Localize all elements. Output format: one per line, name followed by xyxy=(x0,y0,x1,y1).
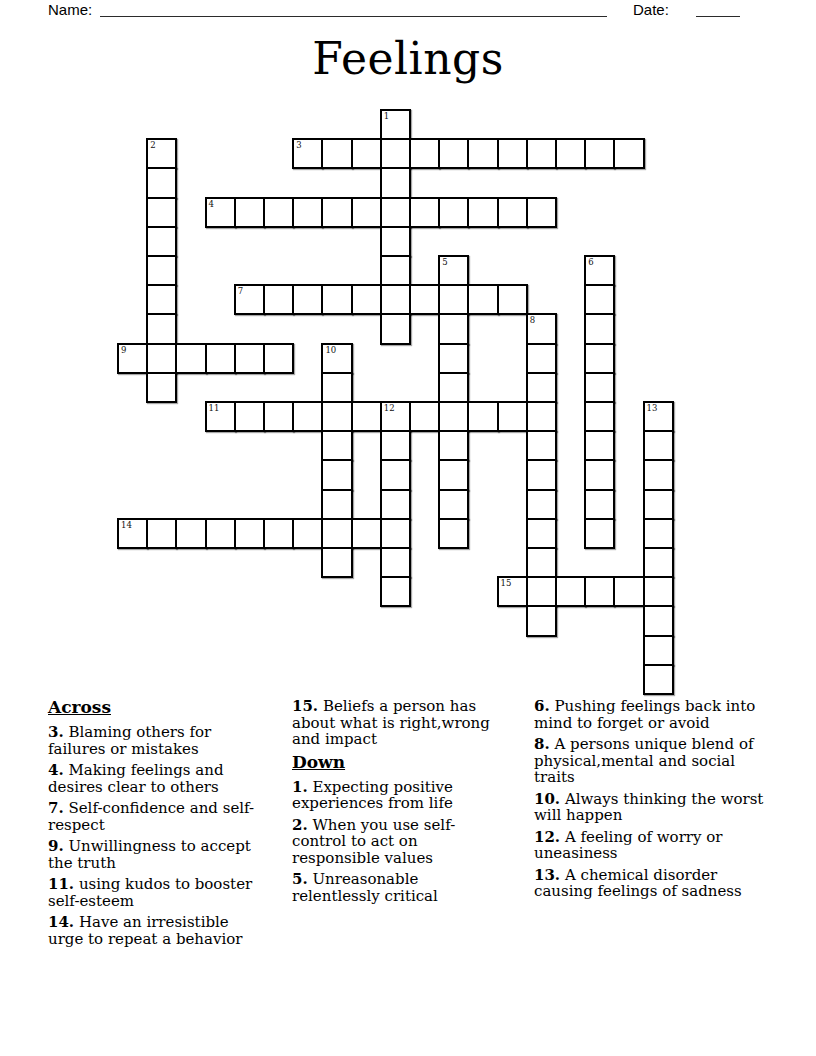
grid-cell[interactable] xyxy=(584,518,615,549)
grid-cell[interactable] xyxy=(263,197,294,228)
grid-cell[interactable] xyxy=(467,401,498,432)
clue-number: 11 xyxy=(209,403,220,413)
clue-number: 7 xyxy=(238,286,243,296)
grid-cell[interactable] xyxy=(584,489,615,520)
grid-cell[interactable] xyxy=(526,459,557,490)
grid-cell[interactable] xyxy=(380,284,411,315)
grid-cell[interactable] xyxy=(526,372,557,403)
grid-cell[interactable] xyxy=(526,138,557,169)
worksheet: Name: Date: Feelings 1234567891011121314… xyxy=(0,0,816,1056)
clue-down-13: 13. A chemical disorder causing feelings… xyxy=(534,867,764,900)
grid-cell[interactable]: 6 xyxy=(584,255,615,286)
grid-cell[interactable] xyxy=(234,197,265,228)
grid-cell[interactable] xyxy=(321,401,352,432)
grid-cell[interactable]: 8 xyxy=(526,313,557,344)
name-field-label: Name: xyxy=(48,1,92,18)
grid-cell[interactable] xyxy=(643,430,674,461)
grid-cell[interactable] xyxy=(643,605,674,636)
grid-cell[interactable] xyxy=(467,197,498,228)
clues-column-1: Across3. Blaming others for failures or … xyxy=(48,698,256,952)
grid-cell[interactable] xyxy=(467,138,498,169)
grid-cell[interactable] xyxy=(146,284,177,315)
grid-cell[interactable] xyxy=(438,459,469,490)
grid-cell[interactable] xyxy=(292,284,323,315)
grid-cell[interactable] xyxy=(351,138,382,169)
grid-cell[interactable] xyxy=(321,284,352,315)
clue-down-6: 6. Pushing feelings back into mind to fo… xyxy=(534,698,764,731)
grid-cell[interactable] xyxy=(380,518,411,549)
grid-cell[interactable] xyxy=(438,313,469,344)
grid-cell[interactable] xyxy=(409,284,440,315)
clue-number: 8 xyxy=(530,315,535,325)
grid-cell[interactable] xyxy=(643,635,674,666)
grid-cell[interactable] xyxy=(584,343,615,374)
grid-cell[interactable] xyxy=(409,401,440,432)
grid-cell[interactable] xyxy=(584,401,615,432)
grid-cell[interactable] xyxy=(526,430,557,461)
grid-cell[interactable] xyxy=(613,138,644,169)
grid-cell[interactable]: 7 xyxy=(234,284,265,315)
grid-cell[interactable] xyxy=(526,576,557,607)
grid-cell[interactable] xyxy=(555,576,586,607)
clue-number: 1 xyxy=(384,111,389,121)
grid-cell[interactable] xyxy=(643,518,674,549)
page-title: Feelings xyxy=(0,33,816,84)
grid-cell[interactable] xyxy=(643,576,674,607)
grid-cell[interactable] xyxy=(321,372,352,403)
grid-cell[interactable] xyxy=(234,518,265,549)
clue-across-7: 7. Self-confidence and self-respect xyxy=(48,800,256,833)
grid-cell[interactable] xyxy=(146,197,177,228)
grid-cell[interactable] xyxy=(643,547,674,578)
grid-cell[interactable] xyxy=(526,547,557,578)
grid-cell[interactable] xyxy=(380,459,411,490)
clue-number: 5 xyxy=(442,257,447,267)
grid-cell[interactable] xyxy=(526,518,557,549)
grid-cell[interactable] xyxy=(584,284,615,315)
clue-number: 3 xyxy=(296,140,301,150)
grid-cell[interactable]: 4 xyxy=(205,197,236,228)
grid-cell[interactable] xyxy=(321,138,352,169)
grid-cell[interactable] xyxy=(438,518,469,549)
grid-cell[interactable] xyxy=(292,518,323,549)
clues-column-3: 6. Pushing feelings back into mind to fo… xyxy=(534,698,764,905)
grid-cell[interactable]: 9 xyxy=(117,343,148,374)
grid-cell[interactable]: 12 xyxy=(380,401,411,432)
grid-cell[interactable] xyxy=(175,518,206,549)
clue-number: 10 xyxy=(325,345,336,355)
grid-cell[interactable] xyxy=(205,343,236,374)
grid-cell[interactable] xyxy=(380,167,411,198)
grid-cell[interactable] xyxy=(146,255,177,286)
grid-cell[interactable] xyxy=(409,138,440,169)
across-header: Across xyxy=(48,698,256,717)
grid-cell[interactable] xyxy=(351,518,382,549)
grid-cell[interactable] xyxy=(380,255,411,286)
grid-cell[interactable] xyxy=(438,197,469,228)
grid-cell[interactable] xyxy=(584,372,615,403)
grid-cell[interactable] xyxy=(584,430,615,461)
grid-cell[interactable]: 13 xyxy=(643,401,674,432)
grid-cell[interactable] xyxy=(438,430,469,461)
grid-cell[interactable] xyxy=(146,167,177,198)
clue-number: 9 xyxy=(121,345,126,355)
grid-cell[interactable] xyxy=(584,313,615,344)
grid-cell[interactable] xyxy=(292,401,323,432)
clues-column-2: 15. Beliefs a person has about what is r… xyxy=(292,698,496,909)
grid-cell[interactable] xyxy=(321,518,352,549)
grid-cell[interactable] xyxy=(146,343,177,374)
grid-cell[interactable] xyxy=(146,518,177,549)
grid-cell[interactable] xyxy=(438,372,469,403)
name-field-line[interactable] xyxy=(100,1,607,17)
grid-cell[interactable] xyxy=(321,459,352,490)
grid-cell[interactable] xyxy=(409,197,440,228)
clue-number: 15 xyxy=(501,578,512,588)
grid-cell[interactable] xyxy=(380,576,411,607)
grid-cell[interactable] xyxy=(292,197,323,228)
grid-cell[interactable] xyxy=(497,197,528,228)
grid-cell[interactable] xyxy=(380,430,411,461)
grid-cell[interactable] xyxy=(146,313,177,344)
grid-cell[interactable]: 11 xyxy=(205,401,236,432)
clue-number: 12 xyxy=(384,403,395,413)
grid-cell[interactable] xyxy=(380,547,411,578)
grid-cell[interactable] xyxy=(146,372,177,403)
clue-down-5: 5. Unreasonable relentlessly critical xyxy=(292,871,496,904)
grid-cell[interactable] xyxy=(263,343,294,374)
grid-cell[interactable] xyxy=(351,401,382,432)
clue-across-9: 9. Unwillingness to accept the truth xyxy=(48,838,256,871)
grid-cell[interactable] xyxy=(438,138,469,169)
grid-cell[interactable] xyxy=(497,138,528,169)
grid-cell[interactable]: 2 xyxy=(146,138,177,169)
clue-down-1: 1. Expecting positive experiences from l… xyxy=(292,779,496,812)
grid-cell[interactable] xyxy=(321,430,352,461)
grid-cell[interactable] xyxy=(351,284,382,315)
grid-cell[interactable] xyxy=(321,197,352,228)
clue-number: 2 xyxy=(150,140,155,150)
grid-cell[interactable]: 5 xyxy=(438,255,469,286)
clue-down-12: 12. A feeling of worry or uneasiness xyxy=(534,829,764,862)
grid-cell[interactable] xyxy=(234,401,265,432)
clue-down-2: 2. When you use self-control to act on r… xyxy=(292,817,496,867)
clue-number: 4 xyxy=(209,199,214,209)
grid-cell[interactable] xyxy=(351,197,382,228)
grid-cell[interactable] xyxy=(380,138,411,169)
grid-cell[interactable]: 10 xyxy=(321,343,352,374)
grid-cell[interactable] xyxy=(613,576,644,607)
clue-across-3: 3. Blaming others for failures or mistak… xyxy=(48,724,256,757)
grid-cell[interactable] xyxy=(175,343,206,374)
clue-across-11: 11. using kudos to booster self-esteem xyxy=(48,876,256,909)
grid-cell[interactable] xyxy=(263,284,294,315)
grid-cell[interactable] xyxy=(263,518,294,549)
clue-across-15: 15. Beliefs a person has about what is r… xyxy=(292,698,496,748)
clue-number: 6 xyxy=(588,257,593,267)
grid-cell[interactable] xyxy=(438,489,469,520)
clue-down-10: 10. Always thinking the worst will happe… xyxy=(534,791,764,824)
clue-across-4: 4. Making feelings and desires clear to … xyxy=(48,762,256,795)
grid-cell[interactable] xyxy=(321,547,352,578)
grid-cell[interactable] xyxy=(526,197,557,228)
grid-cell[interactable] xyxy=(526,489,557,520)
down-header: Down xyxy=(292,753,496,772)
grid-cell[interactable] xyxy=(526,343,557,374)
grid-cell[interactable] xyxy=(380,313,411,344)
grid-cell[interactable] xyxy=(555,138,586,169)
grid-cell[interactable] xyxy=(643,489,674,520)
clue-down-8: 8. A persons unique blend of physical,me… xyxy=(534,736,764,786)
date-field-line[interactable] xyxy=(696,1,740,17)
grid-cell[interactable] xyxy=(263,401,294,432)
grid-cell[interactable] xyxy=(146,226,177,257)
grid-cell[interactable] xyxy=(497,284,528,315)
clue-across-14: 14. Have an irresistible urge to repeat … xyxy=(48,914,256,947)
grid-cell[interactable] xyxy=(380,489,411,520)
grid-cell[interactable]: 3 xyxy=(292,138,323,169)
date-field-label: Date: xyxy=(633,1,669,18)
grid-cell[interactable] xyxy=(584,138,615,169)
clue-number: 13 xyxy=(647,403,658,413)
grid-cell[interactable] xyxy=(380,197,411,228)
grid-cell[interactable] xyxy=(497,401,528,432)
grid-cell[interactable] xyxy=(438,284,469,315)
crossword-grid: 123456789101112131415 xyxy=(117,109,677,697)
grid-cell[interactable] xyxy=(643,664,674,695)
clue-number: 14 xyxy=(121,520,132,530)
grid-cell[interactable] xyxy=(526,605,557,636)
grid-cell[interactable] xyxy=(321,489,352,520)
grid-cell[interactable] xyxy=(205,518,236,549)
grid-cell[interactable] xyxy=(438,401,469,432)
grid-cell[interactable] xyxy=(526,401,557,432)
grid-cell[interactable]: 1 xyxy=(380,109,411,140)
grid-cell[interactable] xyxy=(584,459,615,490)
grid-cell[interactable] xyxy=(438,343,469,374)
grid-cell[interactable]: 14 xyxy=(117,518,148,549)
grid-cell[interactable] xyxy=(467,284,498,315)
grid-cell[interactable] xyxy=(234,343,265,374)
grid-cell[interactable] xyxy=(584,576,615,607)
grid-cell[interactable] xyxy=(380,226,411,257)
grid-cell[interactable]: 15 xyxy=(497,576,528,607)
grid-cell[interactable] xyxy=(643,459,674,490)
